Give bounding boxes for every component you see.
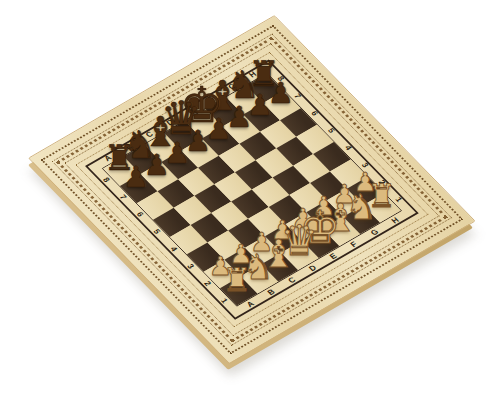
file-label-bottom-H: H <box>390 216 401 225</box>
file-label-bottom-G: G <box>369 228 380 237</box>
rank-label-right-6: 6 <box>309 109 319 116</box>
file-label-bottom-A: A <box>245 300 256 309</box>
rank-label-left-5: 5 <box>151 228 161 235</box>
file-label-bottom-D: D <box>308 264 319 273</box>
file-label-bottom-C: C <box>287 276 298 285</box>
rank-label-left-4: 4 <box>168 245 178 252</box>
photo-background: AA88BB77CC66DD55EE44FF33GG22HH11 ♜♞♝♛♚♝♞… <box>0 0 500 403</box>
piece-white-rook-a1[interactable]: ♜ <box>223 264 252 296</box>
file-label-bottom-B: B <box>266 288 277 297</box>
file-label-bottom-F: F <box>349 240 359 248</box>
rank-label-left-6: 6 <box>134 211 144 218</box>
rank-label-right-4: 4 <box>343 144 353 151</box>
piece-black-pawn-a7[interactable]: ♟ <box>123 163 149 192</box>
rank-label-left-3: 3 <box>185 263 195 270</box>
rank-label-left-7: 7 <box>117 193 127 200</box>
rank-label-right-5: 5 <box>326 127 336 134</box>
rank-label-left-2: 2 <box>202 280 212 287</box>
